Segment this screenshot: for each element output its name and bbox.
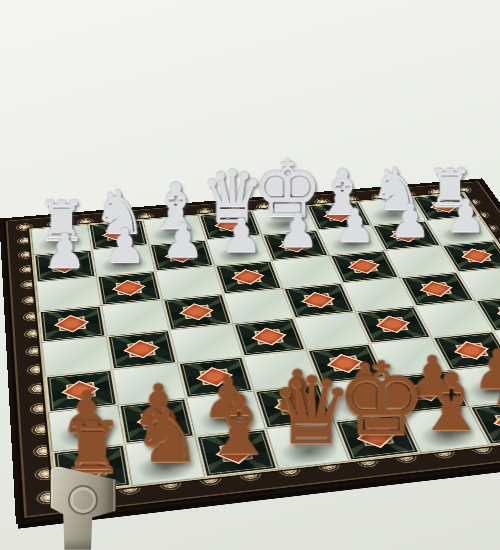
piece-copper-bishop-c1[interactable]: ♝	[203, 384, 277, 466]
board-grid: ♜♞♝♛♚♝♞♜♟♟♟♟♟♟♟♟♟♟♟♟♟♟♟♟♜♞♝♛♚♝♞♜	[31, 193, 500, 495]
piece-silver-pawn-d7[interactable]: ♟	[221, 212, 263, 259]
square-a5[interactable]	[39, 305, 106, 342]
square-g5[interactable]	[400, 272, 475, 306]
piece-copper-knight-b1[interactable]: ♞	[132, 397, 202, 475]
square-c6[interactable]	[155, 266, 222, 300]
board-frame: ♜♞♝♛♚♝♞♜♟♟♟♟♟♟♟♟♟♟♟♟♟♟♟♟♜♞♝♛♚♝♞♜	[3, 180, 500, 521]
square-b5[interactable]	[101, 300, 170, 337]
piece-silver-pawn-a7[interactable]: ♟	[44, 227, 87, 275]
piece-silver-pawn-e7[interactable]: ♟	[278, 208, 320, 254]
square-c4[interactable]	[170, 324, 243, 363]
square-g7[interactable]: ♟	[372, 220, 441, 250]
piece-silver-pawn-g7[interactable]: ♟	[390, 198, 431, 244]
square-b4[interactable]	[106, 330, 177, 369]
chess-board: ♜♞♝♛♚♝♞♜♟♟♟♟♟♟♟♟♟♟♟♟♟♟♟♟♜♞♝♛♚♝♞♜	[3, 180, 500, 521]
scene: ♜♞♝♛♚♝♞♜♟♟♟♟♟♟♟♟♟♟♟♟♟♟♟♟♜♞♝♛♚♝♞♜	[0, 0, 500, 550]
piece-copper-queen-d1[interactable]: ♛	[270, 365, 353, 458]
piece-silver-pawn-c7[interactable]: ♟	[163, 217, 205, 264]
square-a4[interactable]	[42, 336, 112, 376]
square-d5[interactable]	[223, 288, 294, 324]
piece-silver-pawn-b7[interactable]: ♟	[104, 222, 146, 269]
piece-silver-pawn-f7[interactable]: ♟	[334, 203, 375, 249]
photo-background: ♜♞♝♛♚♝♞♜♟♟♟♟♟♟♟♟♟♟♟♟♟♟♟♟♜♞♝♛♚♝♞♜	[0, 0, 500, 550]
square-f4[interactable]	[355, 306, 432, 343]
piece-silver-pawn-h7[interactable]: ♟	[445, 193, 486, 238]
piece-copper-knight-g1[interactable]: ♞	[486, 360, 500, 435]
square-h5[interactable]	[457, 267, 500, 301]
